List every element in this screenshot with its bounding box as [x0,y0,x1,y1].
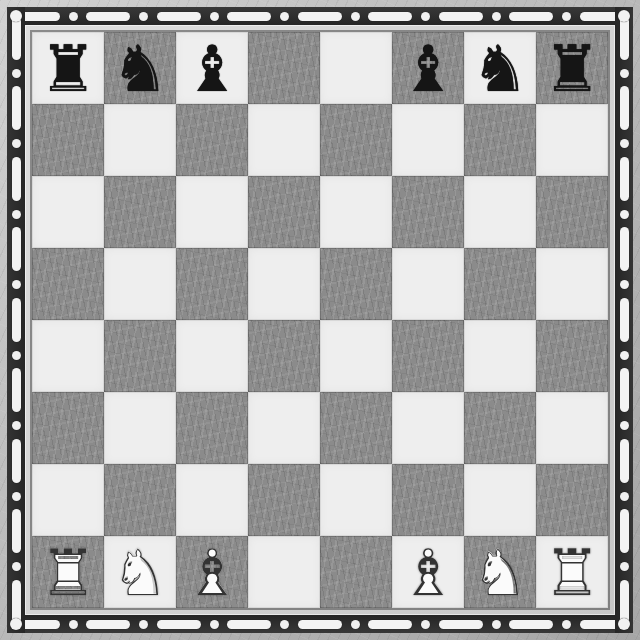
piece-glyph: ♜ [32,32,104,104]
square-c2[interactable] [176,464,248,536]
inlay-dot [12,351,21,360]
black-bishop[interactable]: ♝ [392,32,464,104]
square-a3[interactable] [32,392,104,464]
square-h7[interactable] [536,104,608,176]
inlay-dot [69,12,78,21]
square-h2[interactable] [536,464,608,536]
inlay-oval [620,298,629,342]
white-rook[interactable]: ♜♖ [32,536,104,608]
inlay-oval [620,368,629,412]
inlay-dot [351,12,360,21]
frame-corner-dot [10,10,22,22]
piece-glyph: ♝ [392,32,464,104]
inlay-oval [227,620,271,629]
square-f4[interactable] [392,320,464,392]
inlay-dot [421,620,430,629]
square-h8[interactable]: ♜ [536,32,608,104]
board-inner-border: ♜♞♝♝♞♜♜♖♞♘♝♗♝♗♞♘♜♖ [25,25,615,615]
square-a2[interactable] [32,464,104,536]
inlay-oval [12,298,21,342]
square-c8[interactable]: ♝ [176,32,248,104]
inlay-oval [12,157,21,201]
square-g4[interactable] [464,320,536,392]
black-rook[interactable]: ♜ [32,32,104,104]
inlay-oval [509,620,553,629]
square-b2[interactable] [104,464,176,536]
inlay-dot [210,12,219,21]
square-g2[interactable] [464,464,536,536]
inlay-oval [620,227,629,271]
inlay-dot [620,351,629,360]
inlay-dot [351,620,360,629]
piece-glyph: ♝ [176,32,248,104]
inlay-oval [509,12,553,21]
piece-glyph-outline: ♗ [176,536,248,608]
square-d3[interactable] [248,392,320,464]
piece-glyph-outline: ♖ [536,536,608,608]
square-g1[interactable]: ♞♘ [464,536,536,608]
square-a1[interactable]: ♜♖ [32,536,104,608]
piece-glyph-outline: ♖ [32,536,104,608]
square-b6[interactable] [104,176,176,248]
square-e8[interactable] [320,32,392,104]
square-b7[interactable] [104,104,176,176]
inlay-dot [620,69,629,78]
square-h5[interactable] [536,248,608,320]
square-d4[interactable] [248,320,320,392]
square-a8[interactable]: ♜ [32,32,104,104]
square-f6[interactable] [392,176,464,248]
square-h4[interactable] [536,320,608,392]
inlay-dot [280,620,289,629]
piece-glyph-outline: ♘ [464,536,536,608]
inlay-dot [620,492,629,501]
inlay-dot [139,12,148,21]
square-b1[interactable]: ♞♘ [104,536,176,608]
square-e5[interactable] [320,248,392,320]
square-e1[interactable] [320,536,392,608]
square-c5[interactable] [176,248,248,320]
inlay-oval [12,227,21,271]
inlay-dot [492,620,501,629]
inlay-dot [620,562,629,571]
square-d5[interactable] [248,248,320,320]
inlay-oval [227,12,271,21]
square-g6[interactable] [464,176,536,248]
inlay-oval [368,620,412,629]
inlay-dot [12,562,21,571]
piece-glyph-outline: ♘ [104,536,176,608]
square-c6[interactable] [176,176,248,248]
chess-board: ♜♞♝♝♞♜♜♖♞♘♝♗♝♗♞♘♜♖ [32,32,608,608]
black-bishop[interactable]: ♝ [176,32,248,104]
inlay-oval [620,439,629,483]
frame-inlay-bottom [7,615,633,633]
piece-glyph-outline: ♗ [392,536,464,608]
square-e7[interactable] [320,104,392,176]
square-f5[interactable] [392,248,464,320]
inlay-dot [280,12,289,21]
inlay-dot [562,620,571,629]
square-b3[interactable] [104,392,176,464]
square-d1[interactable] [248,536,320,608]
white-rook[interactable]: ♜♖ [536,536,608,608]
inlay-dot [12,210,21,219]
black-knight[interactable]: ♞ [104,32,176,104]
frame-corner-dot [10,618,22,630]
inlay-oval [439,12,483,21]
square-e6[interactable] [320,176,392,248]
inlay-dot [12,492,21,501]
square-f7[interactable] [392,104,464,176]
square-h6[interactable] [536,176,608,248]
square-g7[interactable] [464,104,536,176]
inlay-oval [157,620,201,629]
inlay-oval [12,368,21,412]
square-b8[interactable]: ♞ [104,32,176,104]
square-d2[interactable] [248,464,320,536]
frame-inlay-top [7,7,633,25]
inlay-dot [421,12,430,21]
white-knight[interactable]: ♞♘ [464,536,536,608]
square-g3[interactable] [464,392,536,464]
inlay-oval [12,509,21,553]
square-f1[interactable]: ♝♗ [392,536,464,608]
square-a5[interactable] [32,248,104,320]
square-d8[interactable] [248,32,320,104]
square-g5[interactable] [464,248,536,320]
square-a7[interactable] [32,104,104,176]
square-e4[interactable] [320,320,392,392]
chess-board-photo: ♜♞♝♝♞♜♜♖♞♘♝♗♝♗♞♘♜♖ [0,0,640,640]
inlay-oval [12,439,21,483]
square-g8[interactable]: ♞ [464,32,536,104]
inlay-dot [210,620,219,629]
inlay-oval [298,12,342,21]
square-e2[interactable] [320,464,392,536]
inlay-oval [368,12,412,21]
square-f3[interactable] [392,392,464,464]
square-c4[interactable] [176,320,248,392]
square-f8[interactable]: ♝ [392,32,464,104]
inlay-dot [620,280,629,289]
square-a4[interactable] [32,320,104,392]
inlay-dot [12,69,21,78]
inlay-dot [69,620,78,629]
inlay-dot [12,421,21,430]
inlay-oval [298,620,342,629]
inlay-oval [620,509,629,553]
white-bishop[interactable]: ♝♗ [392,536,464,608]
frame-corner-dot [618,618,630,630]
inlay-dot [562,12,571,21]
inlay-dot [12,139,21,148]
square-a6[interactable] [32,176,104,248]
square-h1[interactable]: ♜♖ [536,536,608,608]
square-e3[interactable] [320,392,392,464]
inlay-oval [620,86,629,130]
square-h3[interactable] [536,392,608,464]
inlay-dot [620,210,629,219]
inlay-oval [86,620,130,629]
inlay-oval [157,12,201,21]
inlay-oval [620,16,629,60]
inlay-oval [12,86,21,130]
square-f2[interactable] [392,464,464,536]
white-knight[interactable]: ♞♘ [104,536,176,608]
inlay-dot [492,12,501,21]
inlay-oval [12,16,21,60]
inlay-oval [620,157,629,201]
black-rook[interactable]: ♜ [536,32,608,104]
square-d7[interactable] [248,104,320,176]
inlay-oval [439,620,483,629]
inlay-dot [139,620,148,629]
piece-glyph: ♞ [104,32,176,104]
inlay-dot [12,280,21,289]
inlay-dot [620,421,629,430]
frame-inlay-left [7,7,25,633]
square-c3[interactable] [176,392,248,464]
piece-glyph: ♞ [464,32,536,104]
square-d6[interactable] [248,176,320,248]
frame-corner-dot [618,10,630,22]
white-bishop[interactable]: ♝♗ [176,536,248,608]
square-c7[interactable] [176,104,248,176]
black-knight[interactable]: ♞ [464,32,536,104]
square-b4[interactable] [104,320,176,392]
inlay-oval [86,12,130,21]
frame-inlay-right [615,7,633,633]
piece-glyph: ♜ [536,32,608,104]
square-c1[interactable]: ♝♗ [176,536,248,608]
square-b5[interactable] [104,248,176,320]
inlay-dot [620,139,629,148]
